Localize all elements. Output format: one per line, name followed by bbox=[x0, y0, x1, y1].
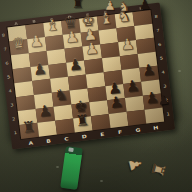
black-P-b5: ♟ bbox=[30, 59, 50, 79]
toppled-white-P: ♟ bbox=[127, 156, 143, 173]
rank-label-5: 5 bbox=[3, 74, 13, 80]
chess-board: ABCDEFGH 87654321 ♝♛♚♝♞♛♟♟♟♟♟♟♟♟♞♟♟♟♚♟♟♜… bbox=[0, 3, 175, 150]
black-P-h4: ♟ bbox=[139, 60, 159, 80]
rank-label-1: 1 bbox=[163, 111, 173, 117]
captured-black-P: ♟ bbox=[139, 0, 151, 11]
square-e1 bbox=[91, 114, 111, 130]
black-R-d1: ♜ bbox=[72, 110, 92, 130]
file-label-D: D bbox=[75, 133, 94, 141]
black-N-c3: ♞ bbox=[51, 85, 71, 105]
rank-label-7: 7 bbox=[153, 27, 163, 33]
captured-white-N: ♞ bbox=[118, 0, 130, 13]
rank-label-2: 2 bbox=[8, 116, 18, 122]
captured-white-P: ♟ bbox=[104, 0, 116, 12]
black-P-d5: ♟ bbox=[66, 55, 86, 75]
white-P-e6: ♟ bbox=[82, 39, 102, 59]
black-P-b2: ♟ bbox=[35, 101, 55, 121]
file-label-H: H bbox=[147, 124, 166, 132]
rank-label-7: 7 bbox=[0, 46, 10, 52]
file-label-B: B bbox=[39, 137, 58, 145]
square-h1 bbox=[145, 107, 165, 123]
rank-label-4: 4 bbox=[5, 88, 15, 94]
toppled-white-R: ♜ bbox=[150, 161, 166, 178]
felt-speck bbox=[178, 70, 181, 72]
rank-label-4: 4 bbox=[158, 69, 168, 75]
chess-photo: ABCDEFGH 87654321 ♝♛♚♝♞♛♟♟♟♟♟♟♟♟♞♟♟♟♚♟♟♜… bbox=[0, 0, 192, 192]
rank-label-5: 5 bbox=[156, 55, 166, 61]
square-f1 bbox=[109, 112, 129, 128]
felt-speck bbox=[56, 166, 59, 168]
captured-piece-on-rail: ♟ bbox=[156, 91, 172, 108]
square-g1 bbox=[127, 110, 147, 126]
square-a1: ♜ bbox=[19, 123, 39, 139]
white-P-d7: ♟ bbox=[62, 27, 82, 47]
rank-label-8: 8 bbox=[151, 13, 161, 19]
white-P-b7: ♟ bbox=[26, 31, 46, 51]
green-lighter bbox=[60, 146, 83, 190]
rank-label-6: 6 bbox=[154, 41, 164, 47]
white-P-g6: ♟ bbox=[117, 34, 137, 54]
rank-label-6: 6 bbox=[2, 60, 12, 66]
file-label-E: E bbox=[93, 130, 112, 138]
file-label-G: G bbox=[129, 126, 148, 134]
white-B-c8: ♝ bbox=[43, 15, 63, 35]
captured-black-R: ♜ bbox=[72, 0, 84, 10]
felt-speck bbox=[100, 180, 103, 182]
board-grid: ♝♛♚♝♞♛♟♟♟♟♟♟♟♟♞♟♟♟♚♟♟♜♜ bbox=[8, 10, 165, 139]
rank-label-3: 3 bbox=[7, 102, 17, 108]
square-c1 bbox=[55, 118, 75, 134]
white-Q-a7: ♛ bbox=[9, 33, 29, 53]
black-P-f2: ♟ bbox=[106, 92, 126, 112]
file-label-F: F bbox=[111, 128, 130, 136]
file-label-A: A bbox=[21, 139, 40, 147]
file-label-C: C bbox=[57, 135, 76, 143]
black-P-g3: ♟ bbox=[123, 76, 143, 96]
black-R-a1: ♜ bbox=[19, 117, 39, 137]
square-d1: ♜ bbox=[73, 116, 93, 132]
rank-label-1: 1 bbox=[10, 130, 20, 136]
rank-label-3: 3 bbox=[160, 83, 170, 89]
square-b1 bbox=[37, 121, 57, 137]
